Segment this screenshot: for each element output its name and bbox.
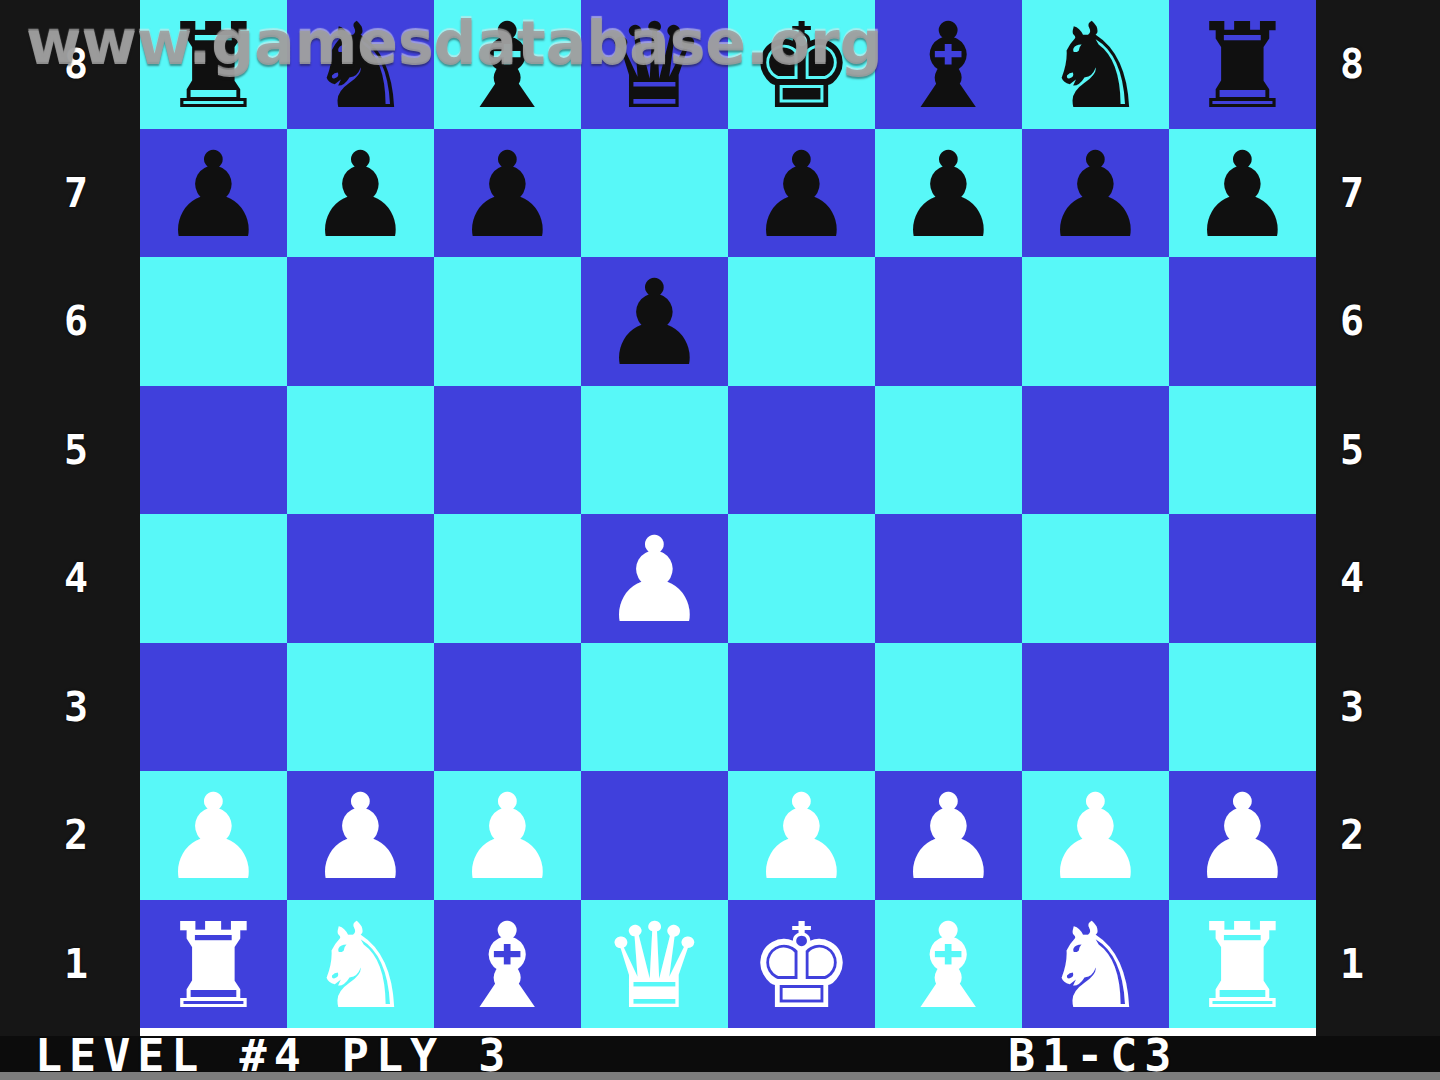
square-c4[interactable] xyxy=(434,514,581,643)
square-d4[interactable]: ♟ xyxy=(581,514,728,643)
square-f7[interactable]: ♟ xyxy=(875,129,1022,258)
square-e6[interactable] xyxy=(728,257,875,386)
chess-board: ♜♞♝♛♚♝♞♜♟♟♟♟♟♟♟♟♟♟♟♟♟♟♟♟♜♞♝♛♚♝♞♜ xyxy=(140,0,1316,1028)
piece-black-pawn[interactable]: ♟ xyxy=(455,136,561,254)
square-b7[interactable]: ♟ xyxy=(287,129,434,258)
rank-label-right-3: 3 xyxy=(1316,643,1440,772)
square-a5[interactable] xyxy=(140,386,287,515)
square-g5[interactable] xyxy=(1022,386,1169,515)
square-h2[interactable]: ♟ xyxy=(1169,771,1316,900)
square-a3[interactable] xyxy=(140,643,287,772)
piece-black-rook[interactable]: ♜ xyxy=(1190,7,1296,125)
piece-white-queen[interactable]: ♛ xyxy=(602,907,708,1025)
piece-black-knight[interactable]: ♞ xyxy=(308,7,414,125)
square-b1[interactable]: ♞ xyxy=(287,900,434,1029)
c64-chess-screen: 87654321 ♜♞♝♛♚♝♞♜♟♟♟♟♟♟♟♟♟♟♟♟♟♟♟♟♜♞♝♛♚♝♞… xyxy=(0,0,1440,1080)
screen-bottom-border xyxy=(0,1072,1440,1080)
square-d3[interactable] xyxy=(581,643,728,772)
rank-label-left-6: 6 xyxy=(0,257,140,386)
rank-label-left-4: 4 xyxy=(0,514,140,643)
square-h5[interactable] xyxy=(1169,386,1316,515)
square-e3[interactable] xyxy=(728,643,875,772)
piece-white-pawn[interactable]: ♟ xyxy=(602,521,708,639)
piece-white-king[interactable]: ♚ xyxy=(749,907,855,1025)
piece-white-knight[interactable]: ♞ xyxy=(1043,907,1149,1025)
square-e5[interactable] xyxy=(728,386,875,515)
square-a7[interactable]: ♟ xyxy=(140,129,287,258)
square-h8[interactable]: ♜ xyxy=(1169,0,1316,129)
square-f1[interactable]: ♝ xyxy=(875,900,1022,1029)
piece-white-pawn[interactable]: ♟ xyxy=(161,778,267,896)
square-e1[interactable]: ♚ xyxy=(728,900,875,1029)
piece-white-pawn[interactable]: ♟ xyxy=(1043,778,1149,896)
rank-label-left-5: 5 xyxy=(0,386,140,515)
rank-labels-left: 87654321 xyxy=(0,0,140,1028)
square-h1[interactable]: ♜ xyxy=(1169,900,1316,1029)
square-d6[interactable]: ♟ xyxy=(581,257,728,386)
square-f8[interactable]: ♝ xyxy=(875,0,1022,129)
piece-black-pawn[interactable]: ♟ xyxy=(308,136,414,254)
piece-white-rook[interactable]: ♜ xyxy=(161,907,267,1025)
square-c5[interactable] xyxy=(434,386,581,515)
square-d1[interactable]: ♛ xyxy=(581,900,728,1029)
square-d8[interactable]: ♛ xyxy=(581,0,728,129)
piece-white-pawn[interactable]: ♟ xyxy=(455,778,561,896)
rank-label-left-3: 3 xyxy=(0,643,140,772)
square-e4[interactable] xyxy=(728,514,875,643)
piece-black-bishop[interactable]: ♝ xyxy=(455,7,561,125)
square-a1[interactable]: ♜ xyxy=(140,900,287,1029)
square-g1[interactable]: ♞ xyxy=(1022,900,1169,1029)
piece-black-knight[interactable]: ♞ xyxy=(1043,7,1149,125)
square-e2[interactable]: ♟ xyxy=(728,771,875,900)
rank-label-right-1: 1 xyxy=(1316,900,1440,1029)
piece-black-pawn[interactable]: ♟ xyxy=(602,264,708,382)
square-h4[interactable] xyxy=(1169,514,1316,643)
square-b3[interactable] xyxy=(287,643,434,772)
square-g7[interactable]: ♟ xyxy=(1022,129,1169,258)
piece-black-pawn[interactable]: ♟ xyxy=(1190,136,1296,254)
square-d7[interactable] xyxy=(581,129,728,258)
square-d2[interactable] xyxy=(581,771,728,900)
square-b5[interactable] xyxy=(287,386,434,515)
square-b4[interactable] xyxy=(287,514,434,643)
square-c6[interactable] xyxy=(434,257,581,386)
square-a2[interactable]: ♟ xyxy=(140,771,287,900)
square-e8[interactable]: ♚ xyxy=(728,0,875,129)
piece-black-rook[interactable]: ♜ xyxy=(161,7,267,125)
rank-label-left-7: 7 xyxy=(0,129,140,258)
level-ply-status: LEVEL #4 PLY 3 xyxy=(35,1035,512,1077)
rank-label-right-5: 5 xyxy=(1316,386,1440,515)
piece-white-knight[interactable]: ♞ xyxy=(308,907,414,1025)
square-b8[interactable]: ♞ xyxy=(287,0,434,129)
square-f6[interactable] xyxy=(875,257,1022,386)
square-h6[interactable] xyxy=(1169,257,1316,386)
square-g4[interactable] xyxy=(1022,514,1169,643)
computer-move-announcement: B1-C3 xyxy=(1008,1035,1178,1077)
piece-black-pawn[interactable]: ♟ xyxy=(161,136,267,254)
piece-black-king[interactable]: ♚ xyxy=(749,7,855,125)
square-h7[interactable]: ♟ xyxy=(1169,129,1316,258)
square-e7[interactable]: ♟ xyxy=(728,129,875,258)
piece-black-pawn[interactable]: ♟ xyxy=(896,136,1002,254)
square-f3[interactable] xyxy=(875,643,1022,772)
piece-white-rook[interactable]: ♜ xyxy=(1190,907,1296,1025)
piece-white-pawn[interactable]: ♟ xyxy=(1190,778,1296,896)
square-c8[interactable]: ♝ xyxy=(434,0,581,129)
square-a8[interactable]: ♜ xyxy=(140,0,287,129)
piece-white-pawn[interactable]: ♟ xyxy=(749,778,855,896)
rank-label-left-8: 8 xyxy=(0,0,140,129)
square-c1[interactable]: ♝ xyxy=(434,900,581,1029)
square-g8[interactable]: ♞ xyxy=(1022,0,1169,129)
square-b2[interactable]: ♟ xyxy=(287,771,434,900)
square-f5[interactable] xyxy=(875,386,1022,515)
piece-white-pawn[interactable]: ♟ xyxy=(896,778,1002,896)
square-a4[interactable] xyxy=(140,514,287,643)
rank-label-left-2: 2 xyxy=(0,771,140,900)
piece-black-pawn[interactable]: ♟ xyxy=(749,136,855,254)
square-a6[interactable] xyxy=(140,257,287,386)
status-bar: LEVEL #4 PLY 3 B1-C3 xyxy=(0,1036,1440,1072)
rank-label-right-7: 7 xyxy=(1316,129,1440,258)
rank-label-right-8: 8 xyxy=(1316,0,1440,129)
square-c3[interactable] xyxy=(434,643,581,772)
rank-label-left-1: 1 xyxy=(0,900,140,1029)
square-c2[interactable]: ♟ xyxy=(434,771,581,900)
square-g6[interactable] xyxy=(1022,257,1169,386)
square-g2[interactable]: ♟ xyxy=(1022,771,1169,900)
square-h3[interactable] xyxy=(1169,643,1316,772)
rank-label-right-4: 4 xyxy=(1316,514,1440,643)
rank-labels-right: 87654321 xyxy=(1316,0,1440,1028)
piece-white-bishop[interactable]: ♝ xyxy=(896,907,1002,1025)
piece-white-pawn[interactable]: ♟ xyxy=(308,778,414,896)
square-g3[interactable] xyxy=(1022,643,1169,772)
piece-black-bishop[interactable]: ♝ xyxy=(896,7,1002,125)
piece-black-pawn[interactable]: ♟ xyxy=(1043,136,1149,254)
square-c7[interactable]: ♟ xyxy=(434,129,581,258)
piece-white-bishop[interactable]: ♝ xyxy=(455,907,561,1025)
square-d5[interactable] xyxy=(581,386,728,515)
rank-label-right-6: 6 xyxy=(1316,257,1440,386)
rank-label-right-2: 2 xyxy=(1316,771,1440,900)
piece-black-queen[interactable]: ♛ xyxy=(602,7,708,125)
square-f4[interactable] xyxy=(875,514,1022,643)
square-f2[interactable]: ♟ xyxy=(875,771,1022,900)
square-b6[interactable] xyxy=(287,257,434,386)
